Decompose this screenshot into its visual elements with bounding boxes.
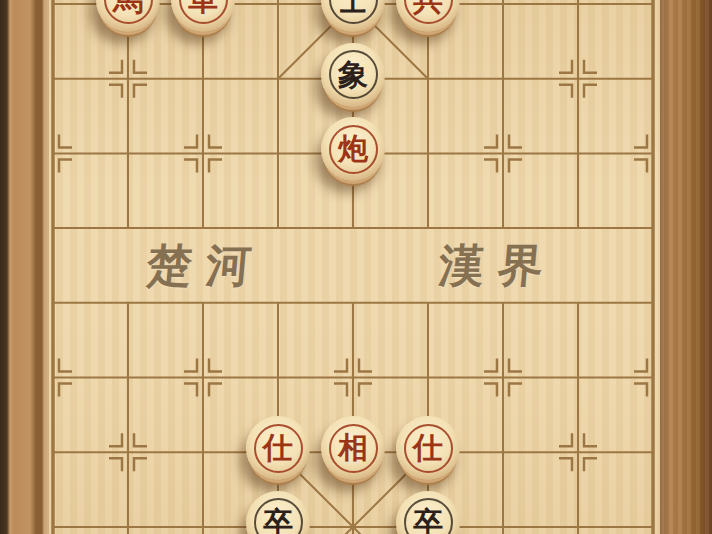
- piece-engraved-ring: 象: [329, 50, 378, 99]
- piece-engraved-ring: 炮: [329, 125, 378, 174]
- piece-engraved-ring: 車: [179, 0, 228, 24]
- piece-black-soldier[interactable]: 卒: [246, 491, 310, 534]
- piece-red-advisor[interactable]: 仕: [396, 416, 460, 480]
- piece-red-horse[interactable]: 馬: [96, 0, 160, 32]
- board-point: 仕: [391, 415, 466, 490]
- board-point: 馬: [91, 0, 166, 41]
- piece-character: 車: [188, 0, 218, 15]
- piece-character: 炮: [338, 134, 368, 164]
- piece-red-advisor[interactable]: 仕: [246, 416, 310, 480]
- piece-black-elephant[interactable]: 象: [321, 43, 385, 107]
- piece-black-advisor[interactable]: 士: [321, 0, 385, 32]
- board-point: 仕: [241, 415, 316, 490]
- piece-engraved-ring: 卒: [254, 498, 303, 534]
- piece-character: 仕: [413, 433, 443, 463]
- board-point: 象: [316, 41, 391, 116]
- board-point: 兵: [391, 0, 466, 41]
- piece-character: 兵: [413, 0, 443, 15]
- board-point: 卒: [391, 489, 466, 534]
- piece-character: 卒: [413, 508, 443, 534]
- board-point: 卒: [241, 489, 316, 534]
- xiangqi-board-screenshot: 楚河 漢界 馬車士兵象炮仕相仕卒卒: [0, 0, 712, 534]
- piece-red-soldier[interactable]: 兵: [396, 0, 460, 32]
- piece-character: 士: [338, 0, 368, 15]
- piece-red-cannon[interactable]: 炮: [321, 117, 385, 181]
- piece-character: 相: [338, 433, 368, 463]
- piece-character: 象: [338, 60, 368, 90]
- board-point: 相: [316, 415, 391, 490]
- piece-engraved-ring: 仕: [254, 424, 303, 473]
- piece-red-elephant[interactable]: 相: [321, 416, 385, 480]
- pieces-layer: 馬車士兵象炮仕相仕卒卒: [16, 0, 691, 534]
- piece-character: 卒: [263, 508, 293, 534]
- piece-character: 馬: [113, 0, 143, 15]
- piece-red-chariot[interactable]: 車: [171, 0, 235, 32]
- board-point: 炮: [316, 116, 391, 191]
- piece-black-soldier[interactable]: 卒: [396, 491, 460, 534]
- piece-engraved-ring: 卒: [404, 498, 453, 534]
- piece-engraved-ring: 相: [329, 424, 378, 473]
- piece-engraved-ring: 仕: [404, 424, 453, 473]
- board-point: 車: [166, 0, 241, 41]
- board-point: 士: [316, 0, 391, 41]
- piece-engraved-ring: 士: [329, 0, 378, 24]
- piece-character: 仕: [263, 433, 293, 463]
- piece-engraved-ring: 馬: [104, 0, 153, 24]
- piece-engraved-ring: 兵: [404, 0, 453, 24]
